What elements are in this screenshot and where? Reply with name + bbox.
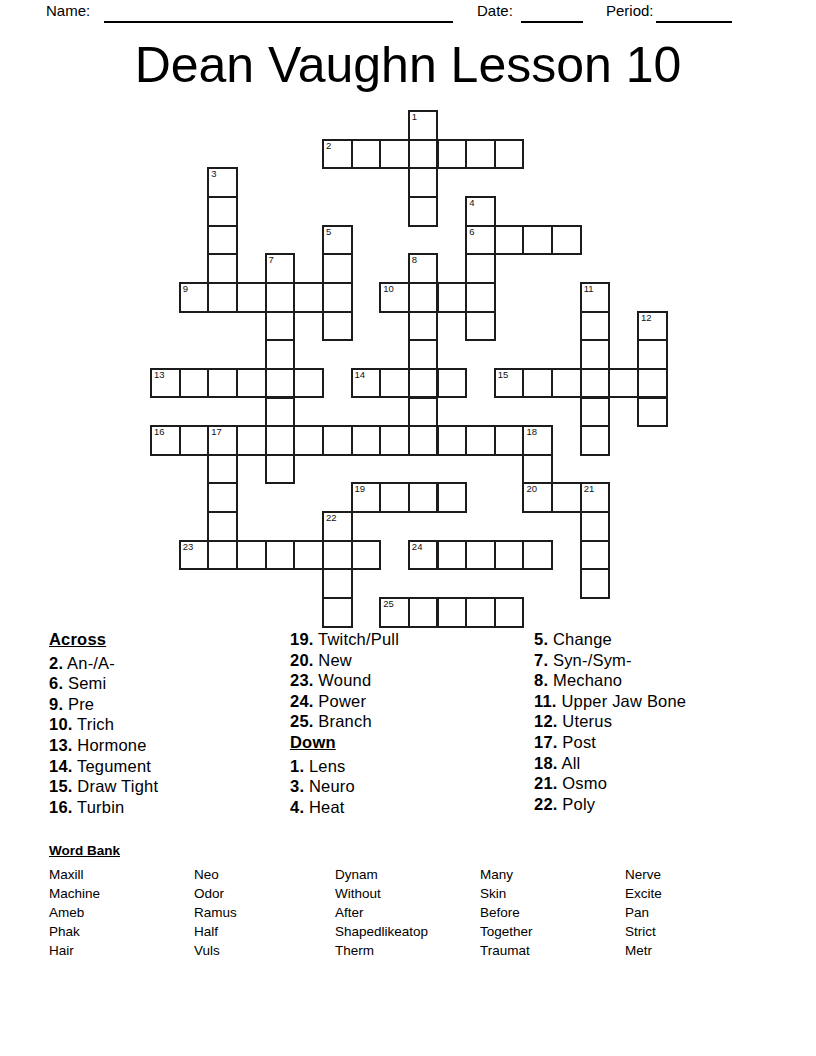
grid-cell-r8c4[interactable] [265, 339, 296, 370]
grid-cell-r4c14[interactable] [551, 225, 582, 256]
grid-cell-r11c12[interactable] [494, 425, 525, 456]
grid-cell-r13c7[interactable]: 19 [351, 482, 382, 513]
clue-number-label: 3. [290, 777, 304, 795]
word-bank-word: Excite [625, 884, 662, 903]
word-bank-word: Many [480, 865, 625, 884]
clue-across-19: 19. Twitch/Pull [290, 629, 399, 650]
word-bank: Word Bank MaxillMachineAmebPhakHairNeoOd… [49, 843, 662, 960]
cell-number: 16 [154, 426, 165, 437]
clue-number-label: 20. [290, 651, 314, 669]
clue-across-25: 25. Branch [290, 711, 399, 732]
grid-cell-r13c15[interactable]: 21 [580, 482, 611, 513]
grid-cell-r10c15[interactable] [580, 397, 611, 428]
grid-cell-r15c2[interactable] [207, 540, 238, 571]
grid-cell-r9c15[interactable] [580, 368, 611, 399]
word-bank-label: Word Bank [49, 843, 662, 858]
clue-column-2: 19. Twitch/Pull20. New23. Wound24. Power… [290, 629, 399, 817]
grid-cell-r6c9[interactable] [408, 282, 439, 313]
cell-number: 21 [584, 483, 595, 494]
down-header: Down [290, 732, 399, 753]
grid-cell-r13c14[interactable] [551, 482, 582, 513]
grid-cell-r3c2[interactable] [207, 196, 238, 227]
word-bank-word: Ramus [194, 903, 335, 922]
cell-number: 6 [469, 226, 474, 237]
clue-number-label: 15. [49, 777, 73, 795]
clue-number-label: 17. [534, 733, 558, 751]
grid-cell-r9c10[interactable] [437, 368, 468, 399]
grid-cell-r11c5[interactable] [293, 425, 324, 456]
grid-cell-r11c4[interactable] [265, 425, 296, 456]
grid-cell-r7c4[interactable] [265, 311, 296, 342]
grid-cell-r11c1[interactable] [179, 425, 210, 456]
word-bank-word: Therm [335, 941, 480, 960]
grid-cell-r14c6[interactable]: 22 [322, 511, 353, 542]
cell-number: 8 [412, 254, 417, 265]
grid-cell-r8c17[interactable] [637, 339, 668, 370]
clue-number-label: 21. [534, 774, 558, 792]
word-bank-word: Skin [480, 884, 625, 903]
grid-cell-r6c3[interactable] [236, 282, 267, 313]
clue-down-22: 22. Poly [534, 794, 686, 815]
clue-down-4: 4. Heat [290, 797, 399, 818]
clue-number-label: 7. [534, 651, 548, 669]
cell-number: 20 [526, 483, 537, 494]
grid-cell-r2c2[interactable]: 3 [207, 167, 238, 198]
grid-cell-r1c12[interactable] [494, 139, 525, 170]
grid-cell-r5c6[interactable] [322, 253, 353, 284]
cell-number: 15 [498, 369, 509, 380]
grid-cell-r7c17[interactable]: 12 [637, 311, 668, 342]
cell-number: 7 [269, 254, 274, 265]
grid-cell-r14c15[interactable] [580, 511, 611, 542]
clue-number-label: 10. [49, 715, 73, 733]
grid-cell-r6c6[interactable] [322, 282, 353, 313]
grid-cell-r11c13[interactable]: 18 [522, 425, 553, 456]
word-bank-column-5: NerveExcitePanStrictMetr [625, 865, 662, 960]
clue-across-2: 2. An-/A- [49, 653, 158, 674]
word-bank-word: Together [480, 922, 625, 941]
grid-cell-r9c13[interactable] [522, 368, 553, 399]
grid-cell-r1c8[interactable] [379, 139, 410, 170]
grid-cell-r10c17[interactable] [637, 397, 668, 428]
grid-cell-r9c16[interactable] [608, 368, 639, 399]
word-bank-word: Half [194, 922, 335, 941]
grid-cell-r17c6[interactable] [322, 597, 353, 628]
name-blank-line[interactable] [104, 4, 453, 23]
grid-cell-r15c10[interactable] [437, 540, 468, 571]
word-bank-word: Dynam [335, 865, 480, 884]
grid-cell-r17c10[interactable] [437, 597, 468, 628]
clue-number-label: 4. [290, 798, 304, 816]
clue-down-11: 11. Upper Jaw Bone [534, 691, 686, 712]
grid-cell-r11c6[interactable] [322, 425, 353, 456]
grid-cell-r11c0[interactable]: 16 [150, 425, 181, 456]
across-header: Across [49, 629, 158, 650]
cell-number: 22 [326, 512, 337, 523]
cell-number: 4 [469, 197, 474, 208]
grid-cell-r13c13[interactable]: 20 [522, 482, 553, 513]
clue-number-label: 19. [290, 630, 314, 648]
clue-down-3: 3. Neuro [290, 776, 399, 797]
grid-cell-r11c3[interactable] [236, 425, 267, 456]
clue-number-label: 1. [290, 757, 304, 775]
grid-cell-r11c8[interactable] [379, 425, 410, 456]
grid-cell-r4c6[interactable]: 5 [322, 225, 353, 256]
word-bank-word: Hair [49, 941, 194, 960]
grid-cell-r6c15[interactable]: 11 [580, 282, 611, 313]
grid-cell-r15c15[interactable] [580, 540, 611, 571]
grid-cell-r1c10[interactable] [437, 139, 468, 170]
grid-cell-r11c7[interactable] [351, 425, 382, 456]
grid-cell-r0c9[interactable]: 1 [408, 110, 439, 141]
word-bank-columns: MaxillMachineAmebPhakHairNeoOdorRamusHal… [49, 865, 662, 960]
cell-number: 23 [183, 541, 194, 552]
grid-cell-r1c7[interactable] [351, 139, 382, 170]
clue-down-5: 5. Change [534, 629, 686, 650]
grid-cell-r9c9[interactable] [408, 368, 439, 399]
cell-number: 9 [183, 283, 188, 294]
grid-cell-r5c11[interactable] [465, 253, 496, 284]
word-bank-word: Odor [194, 884, 335, 903]
grid-cell-r6c4[interactable] [265, 282, 296, 313]
grid-cell-r4c11[interactable]: 6 [465, 225, 496, 256]
cell-number: 11 [584, 283, 594, 294]
grid-cell-r4c13[interactable] [522, 225, 553, 256]
word-bank-column-1: MaxillMachineAmebPhakHair [49, 865, 194, 960]
crossword-grid: 1234567891011121314151617181920212223242… [150, 110, 674, 634]
grid-cell-r11c11[interactable] [465, 425, 496, 456]
grid-cell-r9c0[interactable]: 13 [150, 368, 181, 399]
clue-column-1: Across2. An-/A-6. Semi9. Pre10. Trich13.… [49, 629, 158, 817]
word-bank-column-4: ManySkinBeforeTogetherTraumat [480, 865, 625, 960]
cell-number: 10 [383, 283, 394, 294]
grid-cell-r15c3[interactable] [236, 540, 267, 571]
date-label: Date: [477, 2, 513, 19]
cell-number: 14 [355, 369, 366, 380]
clue-down-12: 12. Uterus [534, 711, 686, 732]
word-bank-word: Pan [625, 903, 662, 922]
grid-cell-r12c4[interactable] [265, 454, 296, 485]
clue-down-7: 7. Syn-/Sym- [534, 650, 686, 671]
grid-cell-r9c3[interactable] [236, 368, 267, 399]
grid-cell-r1c11[interactable] [465, 139, 496, 170]
grid-cell-r15c4[interactable] [265, 540, 296, 571]
grid-cell-r4c2[interactable] [207, 225, 238, 256]
word-bank-word: Before [480, 903, 625, 922]
word-bank-word: After [335, 903, 480, 922]
grid-cell-r7c6[interactable] [322, 311, 353, 342]
grid-cell-r13c9[interactable] [408, 482, 439, 513]
grid-cell-r6c8[interactable]: 10 [379, 282, 410, 313]
clue-across-24: 24. Power [290, 691, 399, 712]
grid-cell-r6c11[interactable] [465, 282, 496, 313]
worksheet-page: Name: Date: Period: Dean Vaughn Lesson 1… [0, 0, 816, 1056]
grid-cell-r9c5[interactable] [293, 368, 324, 399]
word-bank-word: Shapedlikeatop [335, 922, 480, 941]
cell-number: 2 [326, 140, 331, 151]
grid-cell-r2c9[interactable] [408, 167, 439, 198]
grid-cell-r15c12[interactable] [494, 540, 525, 571]
word-bank-word: Traumat [480, 941, 625, 960]
cell-number: 19 [355, 483, 366, 494]
word-bank-word: Metr [625, 941, 662, 960]
date-blank-line[interactable] [521, 4, 583, 23]
grid-cell-r7c11[interactable] [465, 311, 496, 342]
grid-cell-r11c10[interactable] [437, 425, 468, 456]
word-bank-word: Machine [49, 884, 194, 903]
clue-down-18: 18. All [534, 753, 686, 774]
cell-number: 25 [383, 598, 394, 609]
grid-cell-r9c4[interactable] [265, 368, 296, 399]
clue-across-6: 6. Semi [49, 673, 158, 694]
grid-cell-r13c10[interactable] [437, 482, 468, 513]
grid-cell-r15c5[interactable] [293, 540, 324, 571]
clue-number-label: 24. [290, 692, 314, 710]
grid-cell-r10c9[interactable] [408, 397, 439, 428]
grid-cell-r14c2[interactable] [207, 511, 238, 542]
grid-cell-r5c2[interactable] [207, 253, 238, 284]
grid-cell-r12c13[interactable] [522, 454, 553, 485]
clue-down-8: 8. Mechano [534, 670, 686, 691]
grid-cell-r6c2[interactable] [207, 282, 238, 313]
grid-cell-r6c1[interactable]: 9 [179, 282, 210, 313]
grid-cell-r4c12[interactable] [494, 225, 525, 256]
clue-number-label: 5. [534, 630, 548, 648]
clue-number-label: 6. [49, 674, 63, 692]
grid-cell-r11c15[interactable] [580, 425, 611, 456]
grid-cell-r15c7[interactable] [351, 540, 382, 571]
clue-across-20: 20. New [290, 650, 399, 671]
clue-across-15: 15. Draw Tight [49, 776, 158, 797]
cell-number: 24 [412, 541, 423, 552]
cell-number: 13 [154, 369, 165, 380]
grid-cell-r13c8[interactable] [379, 482, 410, 513]
grid-cell-r8c9[interactable] [408, 339, 439, 370]
word-bank-word: Strict [625, 922, 662, 941]
grid-cell-r17c11[interactable] [465, 597, 496, 628]
grid-cell-r6c5[interactable] [293, 282, 324, 313]
clue-across-9: 9. Pre [49, 694, 158, 715]
grid-cell-r15c1[interactable]: 23 [179, 540, 210, 571]
grid-cell-r1c6[interactable]: 2 [322, 139, 353, 170]
grid-cell-r9c1[interactable] [179, 368, 210, 399]
grid-cell-r17c12[interactable] [494, 597, 525, 628]
name-label: Name: [46, 2, 90, 19]
cell-number: 12 [641, 312, 652, 323]
grid-cell-r11c2[interactable]: 17 [207, 425, 238, 456]
word-bank-word: Neo [194, 865, 335, 884]
word-bank-word: Maxill [49, 865, 194, 884]
grid-cell-r12c2[interactable] [207, 454, 238, 485]
grid-cell-r15c6[interactable] [322, 540, 353, 571]
clue-number-label: 9. [49, 695, 63, 713]
period-blank-line[interactable] [656, 4, 732, 23]
clue-number-label: 12. [534, 712, 558, 730]
clue-across-23: 23. Wound [290, 670, 399, 691]
grid-cell-r11c9[interactable] [408, 425, 439, 456]
clue-number-label: 18. [534, 754, 558, 772]
clue-column-3: 5. Change7. Syn-/Sym-8. Mechano11. Upper… [534, 629, 686, 814]
grid-cell-r9c7[interactable]: 14 [351, 368, 382, 399]
word-bank-word: Phak [49, 922, 194, 941]
grid-cell-r10c4[interactable] [265, 397, 296, 428]
grid-cell-r15c11[interactable] [465, 540, 496, 571]
clue-number-label: 8. [534, 671, 548, 689]
grid-cell-r3c11[interactable]: 4 [465, 196, 496, 227]
word-bank-word: Vuls [194, 941, 335, 960]
clue-number-label: 13. [49, 736, 73, 754]
clue-down-21: 21. Osmo [534, 773, 686, 794]
grid-cell-r1c9[interactable] [408, 139, 439, 170]
grid-cell-r9c12[interactable]: 15 [494, 368, 525, 399]
grid-cell-r16c6[interactable] [322, 568, 353, 599]
grid-cell-r9c14[interactable] [551, 368, 582, 399]
cell-number: 5 [326, 226, 331, 237]
grid-cell-r17c9[interactable] [408, 597, 439, 628]
clue-down-1: 1. Lens [290, 756, 399, 777]
grid-cell-r8c15[interactable] [580, 339, 611, 370]
clue-number-label: 23. [290, 671, 314, 689]
clue-number-label: 22. [534, 795, 558, 813]
grid-cell-r3c9[interactable] [408, 196, 439, 227]
clue-number-label: 25. [290, 712, 314, 730]
clue-across-10: 10. Trich [49, 714, 158, 735]
grid-cell-r13c2[interactable] [207, 482, 238, 513]
grid-cell-r9c17[interactable] [637, 368, 668, 399]
word-bank-column-2: NeoOdorRamusHalfVuls [194, 865, 335, 960]
clue-number-label: 11. [534, 692, 557, 710]
word-bank-column-3: DynamWithoutAfterShapedlikeatopTherm [335, 865, 480, 960]
grid-cell-r16c15[interactable] [580, 568, 611, 599]
clue-down-17: 17. Post [534, 732, 686, 753]
cell-number: 18 [526, 426, 537, 437]
grid-cell-r17c8[interactable]: 25 [379, 597, 410, 628]
grid-cell-r6c10[interactable] [437, 282, 468, 313]
cell-number: 3 [211, 168, 216, 179]
grid-cell-r7c15[interactable] [580, 311, 611, 342]
grid-cell-r9c2[interactable] [207, 368, 238, 399]
word-bank-word: Ameb [49, 903, 194, 922]
page-title: Dean Vaughn Lesson 10 [0, 36, 816, 94]
cell-number: 1 [412, 111, 417, 122]
grid-cell-r5c9[interactable]: 8 [408, 253, 439, 284]
grid-cell-r7c9[interactable] [408, 311, 439, 342]
clue-number-label: 16. [49, 798, 73, 816]
period-label: Period: [606, 2, 654, 19]
clue-number-label: 2. [49, 654, 63, 672]
clue-number-label: 14. [49, 757, 73, 775]
cell-number: 17 [211, 426, 222, 437]
word-bank-word: Without [335, 884, 480, 903]
clue-across-16: 16. Turbin [49, 797, 158, 818]
grid-cell-r15c13[interactable] [522, 540, 553, 571]
grid-cell-r9c8[interactable] [379, 368, 410, 399]
clue-across-14: 14. Tegument [49, 756, 158, 777]
grid-cell-r15c9[interactable]: 24 [408, 540, 439, 571]
word-bank-word: Nerve [625, 865, 662, 884]
clue-across-13: 13. Hormone [49, 735, 158, 756]
grid-cell-r5c4[interactable]: 7 [265, 253, 296, 284]
